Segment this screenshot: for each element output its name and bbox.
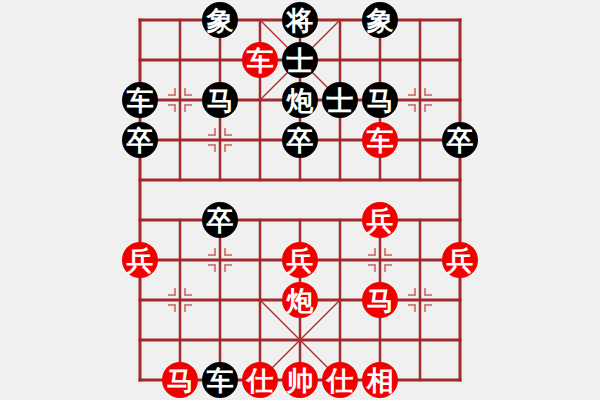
piece-black-chariot[interactable]: 车 bbox=[202, 362, 238, 398]
xiangqi-board[interactable]: 象将象车士车马炮士马卒卒车卒卒兵兵兵兵炮马马车仕帅仕相 bbox=[0, 0, 600, 400]
piece-black-soldier[interactable]: 卒 bbox=[442, 122, 478, 158]
piece-black-general[interactable]: 将 bbox=[282, 2, 318, 38]
piece-black-soldier[interactable]: 卒 bbox=[202, 202, 238, 238]
piece-black-advisor[interactable]: 士 bbox=[282, 42, 318, 78]
pieces-layer: 象将象车士车马炮士马卒卒车卒卒兵兵兵兵炮马马车仕帅仕相 bbox=[0, 0, 600, 400]
piece-red-horse[interactable]: 马 bbox=[162, 362, 198, 398]
piece-red-soldier[interactable]: 兵 bbox=[362, 202, 398, 238]
piece-red-horse[interactable]: 马 bbox=[362, 282, 398, 318]
piece-red-soldier[interactable]: 兵 bbox=[442, 242, 478, 278]
piece-red-cannon[interactable]: 炮 bbox=[282, 282, 318, 318]
piece-black-elephant[interactable]: 象 bbox=[202, 2, 238, 38]
piece-black-horse[interactable]: 马 bbox=[362, 82, 398, 118]
piece-red-elephant[interactable]: 相 bbox=[362, 362, 398, 398]
piece-red-advisor[interactable]: 仕 bbox=[242, 362, 278, 398]
piece-black-elephant[interactable]: 象 bbox=[362, 2, 398, 38]
piece-red-chariot[interactable]: 车 bbox=[362, 122, 398, 158]
piece-red-advisor[interactable]: 仕 bbox=[322, 362, 358, 398]
piece-red-soldier[interactable]: 兵 bbox=[122, 242, 158, 278]
piece-black-soldier[interactable]: 卒 bbox=[122, 122, 158, 158]
piece-black-advisor[interactable]: 士 bbox=[322, 82, 358, 118]
piece-red-soldier[interactable]: 兵 bbox=[282, 242, 318, 278]
piece-black-horse[interactable]: 马 bbox=[202, 82, 238, 118]
piece-black-chariot[interactable]: 车 bbox=[122, 82, 158, 118]
piece-red-general[interactable]: 帅 bbox=[282, 362, 318, 398]
piece-black-cannon[interactable]: 炮 bbox=[282, 82, 318, 118]
piece-red-chariot[interactable]: 车 bbox=[242, 42, 278, 78]
piece-black-soldier[interactable]: 卒 bbox=[282, 122, 318, 158]
